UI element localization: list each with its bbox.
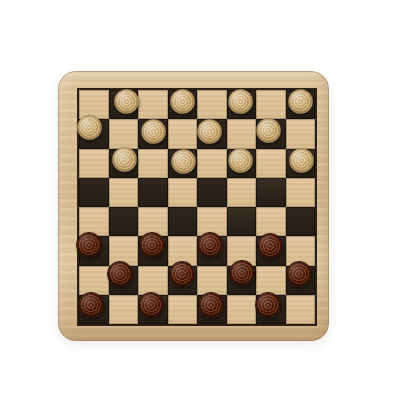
- board-square-r3c6[interactable]: [256, 178, 286, 207]
- board-square-r6c1[interactable]: [109, 266, 139, 295]
- checker-piece-dark[interactable]: [257, 233, 283, 259]
- board-square-r4c6[interactable]: [256, 207, 286, 236]
- board-square-r1c7[interactable]: [286, 119, 316, 148]
- checker-piece-dark[interactable]: [107, 261, 133, 287]
- checker-piece-light[interactable]: [170, 89, 195, 114]
- board-square-r0c5[interactable]: [227, 90, 257, 119]
- board-square-r6c6[interactable]: [256, 266, 286, 295]
- board-square-r3c3[interactable]: [168, 178, 198, 207]
- checker-piece-dark[interactable]: [169, 261, 195, 287]
- board-square-r5c4[interactable]: [197, 236, 227, 265]
- checker-piece-dark[interactable]: [229, 260, 255, 286]
- board-square-r6c5[interactable]: [227, 266, 257, 295]
- board-square-r2c7[interactable]: [286, 149, 316, 178]
- board-square-r3c4[interactable]: [197, 178, 227, 207]
- board-square-r1c2[interactable]: [138, 119, 168, 148]
- checker-piece-dark[interactable]: [138, 292, 164, 318]
- board-square-r0c7[interactable]: [286, 90, 316, 119]
- board-square-r6c2[interactable]: [138, 266, 168, 295]
- board-square-r7c4[interactable]: [197, 295, 227, 324]
- board-square-r0c3[interactable]: [168, 90, 198, 119]
- checker-piece-light[interactable]: [171, 149, 196, 174]
- board-square-r3c0[interactable]: [79, 178, 109, 207]
- checker-piece-dark[interactable]: [76, 232, 102, 258]
- board-square-r7c0[interactable]: [79, 295, 109, 324]
- board-square-r3c1[interactable]: [109, 178, 139, 207]
- board-square-r2c1[interactable]: [109, 149, 139, 178]
- board-square-r5c2[interactable]: [138, 236, 168, 265]
- checker-piece-light[interactable]: [228, 89, 253, 114]
- board-square-r4c1[interactable]: [109, 207, 139, 236]
- board-square-r7c7[interactable]: [286, 295, 316, 324]
- board-square-r2c0[interactable]: [79, 149, 109, 178]
- board-square-r3c2[interactable]: [138, 178, 168, 207]
- board-square-r0c1[interactable]: [109, 90, 139, 119]
- board-square-r1c4[interactable]: [197, 119, 227, 148]
- checker-piece-dark[interactable]: [286, 261, 312, 287]
- board-square-r0c0[interactable]: [79, 90, 109, 119]
- checkers-board: [58, 71, 329, 341]
- board-square-r3c5[interactable]: [227, 178, 257, 207]
- board-square-r6c7[interactable]: [286, 266, 316, 295]
- board-square-r5c0[interactable]: [79, 236, 109, 265]
- board-square-r7c1[interactable]: [109, 295, 139, 324]
- board-square-r4c7[interactable]: [286, 207, 316, 236]
- board-square-r1c3[interactable]: [168, 119, 198, 148]
- board-square-r6c4[interactable]: [197, 266, 227, 295]
- board-square-r4c5[interactable]: [227, 207, 257, 236]
- board-square-r2c5[interactable]: [227, 149, 257, 178]
- checker-piece-dark[interactable]: [255, 292, 281, 318]
- checker-piece-dark[interactable]: [198, 292, 224, 318]
- board-square-r5c6[interactable]: [256, 236, 286, 265]
- board-square-r0c2[interactable]: [138, 90, 168, 119]
- checker-piece-light[interactable]: [289, 148, 314, 173]
- board-square-r6c3[interactable]: [168, 266, 198, 295]
- checker-piece-light[interactable]: [77, 115, 102, 140]
- checker-piece-light[interactable]: [256, 118, 281, 143]
- board-square-r7c2[interactable]: [138, 295, 168, 324]
- board-square-r1c0[interactable]: [79, 119, 109, 148]
- checker-piece-dark[interactable]: [139, 232, 165, 258]
- checker-piece-light[interactable]: [288, 89, 313, 114]
- board-square-r3c7[interactable]: [286, 178, 316, 207]
- board-square-r6c0[interactable]: [79, 266, 109, 295]
- checker-piece-light[interactable]: [112, 147, 137, 172]
- board-square-r2c4[interactable]: [197, 149, 227, 178]
- photo-background: [0, 0, 400, 400]
- board-square-r7c5[interactable]: [227, 295, 257, 324]
- board-square-r7c6[interactable]: [256, 295, 286, 324]
- checker-piece-light[interactable]: [228, 148, 253, 173]
- board-square-r0c4[interactable]: [197, 90, 227, 119]
- board-square-r1c5[interactable]: [227, 119, 257, 148]
- checker-piece-dark[interactable]: [197, 232, 223, 258]
- board-grid: [77, 88, 317, 326]
- checker-piece-light[interactable]: [114, 89, 139, 114]
- board-square-r0c6[interactable]: [256, 90, 286, 119]
- board-square-r2c2[interactable]: [138, 149, 168, 178]
- checker-piece-light[interactable]: [197, 119, 222, 144]
- board-square-r4c3[interactable]: [168, 207, 198, 236]
- board-square-r2c6[interactable]: [256, 149, 286, 178]
- board-square-r2c3[interactable]: [168, 149, 198, 178]
- board-square-r7c3[interactable]: [168, 295, 198, 324]
- board-square-r1c1[interactable]: [109, 119, 139, 148]
- checker-piece-dark[interactable]: [78, 292, 104, 318]
- board-square-r1c6[interactable]: [256, 119, 286, 148]
- checker-piece-light[interactable]: [141, 119, 166, 144]
